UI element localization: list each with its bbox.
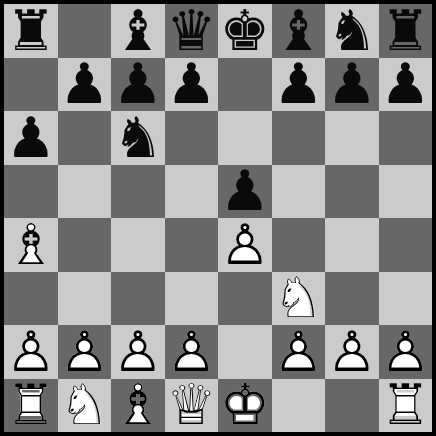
black-piece-fill-glyph: ♟ xyxy=(4,111,58,165)
white-piece-fill-glyph: ♜ xyxy=(379,379,433,433)
square-h6[interactable] xyxy=(379,111,433,165)
square-a7[interactable] xyxy=(4,58,58,112)
square-e5[interactable]: ♟ xyxy=(218,165,272,219)
white-piece-outline-glyph: ♕ xyxy=(165,379,219,433)
white-piece-outline-glyph: ♔ xyxy=(218,379,272,433)
white-piece-fill-glyph: ♜ xyxy=(4,379,58,433)
square-b5[interactable] xyxy=(58,165,112,219)
square-e6[interactable] xyxy=(218,111,272,165)
square-e3[interactable] xyxy=(218,272,272,326)
square-h1[interactable]: ♜♖ xyxy=(379,379,433,433)
black-piece-fill-glyph: ♟ xyxy=(165,58,219,112)
square-e8[interactable]: ♚ xyxy=(218,4,272,58)
white-piece-outline-glyph: ♘ xyxy=(58,379,112,433)
white-piece-outline-glyph: ♙ xyxy=(58,325,112,379)
square-d7[interactable]: ♟ xyxy=(165,58,219,112)
square-d2[interactable]: ♟♙ xyxy=(165,325,219,379)
black-piece-fill-glyph: ♞ xyxy=(111,111,165,165)
white-piece-outline-glyph: ♙ xyxy=(272,325,326,379)
square-h4[interactable] xyxy=(379,218,433,272)
white-piece-outline-glyph: ♙ xyxy=(325,325,379,379)
square-h3[interactable] xyxy=(379,272,433,326)
square-c8[interactable]: ♝ xyxy=(111,4,165,58)
white-piece-fill-glyph: ♟ xyxy=(58,325,112,379)
white-piece-fill-glyph: ♟ xyxy=(165,325,219,379)
square-d1[interactable]: ♛♕ xyxy=(165,379,219,433)
square-b4[interactable] xyxy=(58,218,112,272)
white-piece-outline-glyph: ♖ xyxy=(4,379,58,433)
square-a1[interactable]: ♜♖ xyxy=(4,379,58,433)
square-e2[interactable] xyxy=(218,325,272,379)
black-piece-fill-glyph: ♚ xyxy=(218,4,272,58)
black-piece-fill-glyph: ♟ xyxy=(218,165,272,219)
square-b6[interactable] xyxy=(58,111,112,165)
square-c2[interactable]: ♟♙ xyxy=(111,325,165,379)
white-piece-fill-glyph: ♛ xyxy=(165,379,219,433)
square-d5[interactable] xyxy=(165,165,219,219)
square-f2[interactable]: ♟♙ xyxy=(272,325,326,379)
square-b8[interactable] xyxy=(58,4,112,58)
square-g4[interactable] xyxy=(325,218,379,272)
white-piece-outline-glyph: ♙ xyxy=(4,325,58,379)
square-g1[interactable] xyxy=(325,379,379,433)
black-piece-fill-glyph: ♟ xyxy=(58,58,112,112)
square-b3[interactable] xyxy=(58,272,112,326)
black-piece-fill-glyph: ♞ xyxy=(325,4,379,58)
square-h2[interactable]: ♟♙ xyxy=(379,325,433,379)
white-piece-fill-glyph: ♟ xyxy=(272,325,326,379)
black-piece-fill-glyph: ♝ xyxy=(272,4,326,58)
square-c3[interactable] xyxy=(111,272,165,326)
square-f6[interactable] xyxy=(272,111,326,165)
square-g2[interactable]: ♟♙ xyxy=(325,325,379,379)
square-c1[interactable]: ♝♗ xyxy=(111,379,165,433)
square-b2[interactable]: ♟♙ xyxy=(58,325,112,379)
square-a4[interactable]: ♝♗ xyxy=(4,218,58,272)
square-f7[interactable]: ♟ xyxy=(272,58,326,112)
white-piece-fill-glyph: ♟ xyxy=(4,325,58,379)
white-piece-fill-glyph: ♟ xyxy=(379,325,433,379)
chess-board: ♜♝♛♚♝♞♜♟♟♟♟♟♟♟♞♟♝♗♟♙♞♘♟♙♟♙♟♙♟♙♟♙♟♙♟♙♜♖♞♘… xyxy=(4,4,432,432)
chess-board-frame: ♜♝♛♚♝♞♜♟♟♟♟♟♟♟♞♟♝♗♟♙♞♘♟♙♟♙♟♙♟♙♟♙♟♙♟♙♜♖♞♘… xyxy=(0,0,436,436)
square-f1[interactable] xyxy=(272,379,326,433)
square-c5[interactable] xyxy=(111,165,165,219)
square-b1[interactable]: ♞♘ xyxy=(58,379,112,433)
black-piece-fill-glyph: ♜ xyxy=(379,4,433,58)
square-a5[interactable] xyxy=(4,165,58,219)
white-piece-fill-glyph: ♟ xyxy=(218,218,272,272)
white-piece-fill-glyph: ♝ xyxy=(111,379,165,433)
square-d3[interactable] xyxy=(165,272,219,326)
square-g7[interactable]: ♟ xyxy=(325,58,379,112)
square-g5[interactable] xyxy=(325,165,379,219)
white-piece-fill-glyph: ♞ xyxy=(58,379,112,433)
square-f5[interactable] xyxy=(272,165,326,219)
square-c7[interactable]: ♟ xyxy=(111,58,165,112)
square-e1[interactable]: ♚♔ xyxy=(218,379,272,433)
square-a3[interactable] xyxy=(4,272,58,326)
square-a6[interactable]: ♟ xyxy=(4,111,58,165)
square-d6[interactable] xyxy=(165,111,219,165)
white-piece-outline-glyph: ♙ xyxy=(165,325,219,379)
white-piece-fill-glyph: ♟ xyxy=(111,325,165,379)
square-e7[interactable] xyxy=(218,58,272,112)
square-g6[interactable] xyxy=(325,111,379,165)
black-piece-fill-glyph: ♜ xyxy=(4,4,58,58)
square-a8[interactable]: ♜ xyxy=(4,4,58,58)
white-piece-fill-glyph: ♝ xyxy=(4,218,58,272)
black-piece-fill-glyph: ♟ xyxy=(111,58,165,112)
black-piece-fill-glyph: ♛ xyxy=(165,4,219,58)
white-piece-fill-glyph: ♚ xyxy=(218,379,272,433)
square-e4[interactable]: ♟♙ xyxy=(218,218,272,272)
square-f3[interactable]: ♞♘ xyxy=(272,272,326,326)
square-h5[interactable] xyxy=(379,165,433,219)
square-h8[interactable]: ♜ xyxy=(379,4,433,58)
black-piece-fill-glyph: ♟ xyxy=(379,58,433,112)
square-d8[interactable]: ♛ xyxy=(165,4,219,58)
black-piece-fill-glyph: ♝ xyxy=(111,4,165,58)
white-piece-fill-glyph: ♞ xyxy=(272,272,326,326)
square-c6[interactable]: ♞ xyxy=(111,111,165,165)
white-piece-outline-glyph: ♗ xyxy=(4,218,58,272)
black-piece-fill-glyph: ♟ xyxy=(325,58,379,112)
white-piece-outline-glyph: ♘ xyxy=(272,272,326,326)
white-piece-outline-glyph: ♗ xyxy=(111,379,165,433)
white-piece-outline-glyph: ♙ xyxy=(111,325,165,379)
square-f4[interactable] xyxy=(272,218,326,272)
square-d4[interactable] xyxy=(165,218,219,272)
square-g8[interactable]: ♞ xyxy=(325,4,379,58)
white-piece-fill-glyph: ♟ xyxy=(325,325,379,379)
white-piece-outline-glyph: ♖ xyxy=(379,379,433,433)
white-piece-outline-glyph: ♙ xyxy=(379,325,433,379)
square-b7[interactable]: ♟ xyxy=(58,58,112,112)
square-f8[interactable]: ♝ xyxy=(272,4,326,58)
white-piece-outline-glyph: ♙ xyxy=(218,218,272,272)
square-c4[interactable] xyxy=(111,218,165,272)
square-a2[interactable]: ♟♙ xyxy=(4,325,58,379)
square-h7[interactable]: ♟ xyxy=(379,58,433,112)
square-g3[interactable] xyxy=(325,272,379,326)
black-piece-fill-glyph: ♟ xyxy=(272,58,326,112)
